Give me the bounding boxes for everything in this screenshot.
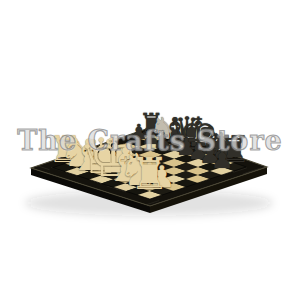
watermark-text: The Crafts Store [0, 125, 300, 156]
product-photo: ♜♞♟♝♟♛♟♚♟♝♟♟♞♟♟♜♟♜♟♟♞♟♝♟♛♟♚♟♝♟♞♜ The Cra… [0, 0, 300, 300]
